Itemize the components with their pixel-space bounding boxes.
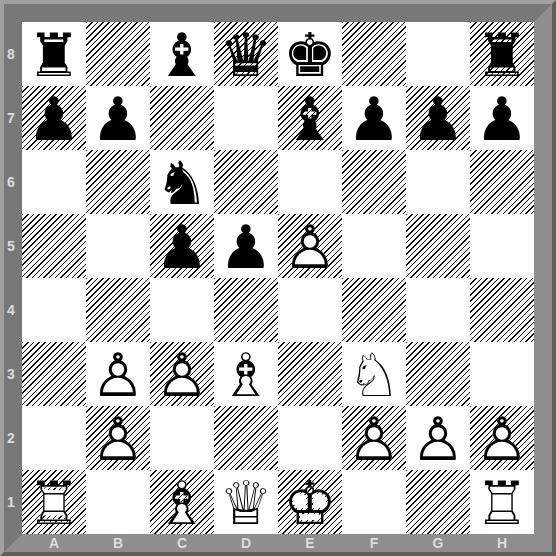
square-a4[interactable] <box>22 278 86 342</box>
piece-black-queen[interactable]: ♛ <box>214 22 278 86</box>
square-b2[interactable]: ♟♙ <box>86 406 150 470</box>
black-piece-glyph: ♟ <box>470 86 534 150</box>
white-piece-outline: ♙ <box>86 342 150 406</box>
square-b1[interactable] <box>86 470 150 534</box>
chess-diagram: 87654321 ABCDEFGH ♜♝♛♚♜♟♟♝♟♟♟♞♟♟♟♙♟♙♟♙♝♗… <box>0 0 556 556</box>
square-d6[interactable] <box>214 150 278 214</box>
square-d1[interactable]: ♛♕ <box>214 470 278 534</box>
piece-white-bishop[interactable]: ♝♗ <box>150 470 214 534</box>
square-c8[interactable]: ♝ <box>150 22 214 86</box>
square-h7[interactable]: ♟ <box>470 86 534 150</box>
rank-label-1: 1 <box>0 470 22 534</box>
square-a7[interactable]: ♟ <box>22 86 86 150</box>
piece-white-pawn[interactable]: ♟♙ <box>86 406 150 470</box>
piece-black-pawn[interactable]: ♟ <box>22 86 86 150</box>
file-labels: ABCDEFGH <box>22 534 534 556</box>
square-h3[interactable] <box>470 342 534 406</box>
piece-black-pawn[interactable]: ♟ <box>342 86 406 150</box>
piece-white-king[interactable]: ♚♔ <box>278 470 342 534</box>
piece-white-queen[interactable]: ♛♕ <box>214 470 278 534</box>
square-e1[interactable]: ♚♔ <box>278 470 342 534</box>
square-f1[interactable] <box>342 470 406 534</box>
square-g4[interactable] <box>406 278 470 342</box>
black-piece-glyph: ♟ <box>22 86 86 150</box>
square-e5[interactable]: ♟♙ <box>278 214 342 278</box>
square-c7[interactable] <box>150 86 214 150</box>
square-e6[interactable] <box>278 150 342 214</box>
piece-black-rook[interactable]: ♜ <box>470 22 534 86</box>
square-d4[interactable] <box>214 278 278 342</box>
square-h8[interactable]: ♜ <box>470 22 534 86</box>
square-f8[interactable] <box>342 22 406 86</box>
square-d3[interactable]: ♝♗ <box>214 342 278 406</box>
square-e4[interactable] <box>278 278 342 342</box>
piece-white-knight[interactable]: ♞♘ <box>342 342 406 406</box>
board: ♜♝♛♚♜♟♟♝♟♟♟♞♟♟♟♙♟♙♟♙♝♗♞♘♟♙♟♙♟♙♟♙♜♖♝♗♛♕♚♔… <box>22 22 534 534</box>
black-piece-glyph: ♜ <box>22 22 86 86</box>
square-d8[interactable]: ♛ <box>214 22 278 86</box>
piece-black-bishop[interactable]: ♝ <box>278 86 342 150</box>
square-f4[interactable] <box>342 278 406 342</box>
square-g1[interactable] <box>406 470 470 534</box>
piece-black-pawn[interactable]: ♟ <box>86 86 150 150</box>
rank-label-2: 2 <box>0 406 22 470</box>
piece-white-pawn[interactable]: ♟♙ <box>342 406 406 470</box>
black-piece-glyph: ♟ <box>86 86 150 150</box>
black-piece-glyph: ♛ <box>214 22 278 86</box>
black-piece-glyph: ♚ <box>278 22 342 86</box>
rank-label-5: 5 <box>0 214 22 278</box>
piece-white-pawn[interactable]: ♟♙ <box>86 342 150 406</box>
square-d7[interactable] <box>214 86 278 150</box>
white-piece-outline: ♔ <box>278 470 342 534</box>
square-c5[interactable]: ♟ <box>150 214 214 278</box>
square-h4[interactable] <box>470 278 534 342</box>
square-e2[interactable] <box>278 406 342 470</box>
square-g8[interactable] <box>406 22 470 86</box>
white-piece-outline: ♙ <box>150 342 214 406</box>
black-piece-glyph: ♟ <box>150 214 214 278</box>
piece-black-rook[interactable]: ♜ <box>22 22 86 86</box>
white-piece-outline: ♖ <box>470 470 534 534</box>
square-d5[interactable]: ♟ <box>214 214 278 278</box>
piece-black-knight[interactable]: ♞ <box>150 150 214 214</box>
square-f3[interactable]: ♞♘ <box>342 342 406 406</box>
rank-label-6: 6 <box>0 150 22 214</box>
piece-white-rook[interactable]: ♜♖ <box>22 470 86 534</box>
square-g2[interactable]: ♟♙ <box>406 406 470 470</box>
piece-white-pawn[interactable]: ♟♙ <box>406 406 470 470</box>
black-piece-glyph: ♝ <box>150 22 214 86</box>
piece-white-pawn[interactable]: ♟♙ <box>278 214 342 278</box>
square-c4[interactable] <box>150 278 214 342</box>
square-a8[interactable]: ♜ <box>22 22 86 86</box>
square-f6[interactable] <box>342 150 406 214</box>
piece-white-pawn[interactable]: ♟♙ <box>150 342 214 406</box>
square-b5[interactable] <box>86 214 150 278</box>
square-e3[interactable] <box>278 342 342 406</box>
rank-labels: 87654321 <box>0 22 22 534</box>
square-c3[interactable]: ♟♙ <box>150 342 214 406</box>
white-piece-outline: ♘ <box>342 342 406 406</box>
white-piece-outline: ♖ <box>22 470 86 534</box>
square-c6[interactable]: ♞ <box>150 150 214 214</box>
piece-white-pawn[interactable]: ♟♙ <box>470 406 534 470</box>
white-piece-outline: ♙ <box>470 406 534 470</box>
square-d2[interactable] <box>214 406 278 470</box>
square-b3[interactable]: ♟♙ <box>86 342 150 406</box>
piece-black-pawn[interactable]: ♟ <box>406 86 470 150</box>
square-g6[interactable] <box>406 150 470 214</box>
square-a1[interactable]: ♜♖ <box>22 470 86 534</box>
square-a2[interactable] <box>22 406 86 470</box>
file-label-g: G <box>406 534 470 552</box>
white-piece-outline: ♗ <box>214 342 278 406</box>
piece-black-pawn[interactable]: ♟ <box>150 214 214 278</box>
black-piece-glyph: ♞ <box>150 150 214 214</box>
square-h5[interactable] <box>470 214 534 278</box>
white-piece-outline: ♙ <box>278 214 342 278</box>
square-a3[interactable] <box>22 342 86 406</box>
white-piece-outline: ♗ <box>150 470 214 534</box>
square-e7[interactable]: ♝ <box>278 86 342 150</box>
square-g3[interactable] <box>406 342 470 406</box>
piece-black-pawn[interactable]: ♟ <box>470 86 534 150</box>
rank-label-3: 3 <box>0 342 22 406</box>
piece-black-bishop[interactable]: ♝ <box>150 22 214 86</box>
piece-black-king[interactable]: ♚ <box>278 22 342 86</box>
black-piece-glyph: ♟ <box>342 86 406 150</box>
black-piece-glyph: ♟ <box>214 214 278 278</box>
square-h6[interactable] <box>470 150 534 214</box>
square-b4[interactable] <box>86 278 150 342</box>
square-e8[interactable]: ♚ <box>278 22 342 86</box>
rank-label-7: 7 <box>0 86 22 150</box>
square-b6[interactable] <box>86 150 150 214</box>
square-c2[interactable] <box>150 406 214 470</box>
square-h2[interactable]: ♟♙ <box>470 406 534 470</box>
white-piece-outline: ♙ <box>406 406 470 470</box>
white-piece-outline: ♙ <box>86 406 150 470</box>
piece-white-rook[interactable]: ♜♖ <box>470 470 534 534</box>
black-piece-glyph: ♝ <box>278 86 342 150</box>
square-f7[interactable]: ♟ <box>342 86 406 150</box>
rank-label-4: 4 <box>0 278 22 342</box>
square-g5[interactable] <box>406 214 470 278</box>
square-a6[interactable] <box>22 150 86 214</box>
piece-white-bishop[interactable]: ♝♗ <box>214 342 278 406</box>
square-b8[interactable] <box>86 22 150 86</box>
black-piece-glyph: ♜ <box>470 22 534 86</box>
square-f5[interactable] <box>342 214 406 278</box>
file-label-b: B <box>86 534 150 552</box>
square-g7[interactable]: ♟ <box>406 86 470 150</box>
rank-label-8: 8 <box>0 22 22 86</box>
square-c1[interactable]: ♝♗ <box>150 470 214 534</box>
white-piece-outline: ♕ <box>214 470 278 534</box>
file-label-f: F <box>342 534 406 552</box>
square-h1[interactable]: ♜♖ <box>470 470 534 534</box>
square-f2[interactable]: ♟♙ <box>342 406 406 470</box>
white-piece-outline: ♙ <box>342 406 406 470</box>
square-b7[interactable]: ♟ <box>86 86 150 150</box>
black-piece-glyph: ♟ <box>406 86 470 150</box>
square-a5[interactable] <box>22 214 86 278</box>
piece-black-pawn[interactable]: ♟ <box>214 214 278 278</box>
